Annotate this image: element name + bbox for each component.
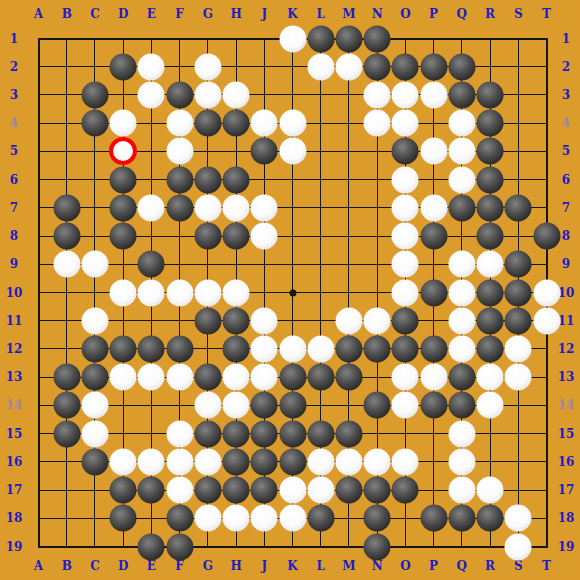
stone-C16-black (81, 448, 108, 475)
stone-F15-white (166, 420, 193, 447)
stone-Q16-white (448, 448, 475, 475)
stone-L13-black (307, 364, 334, 391)
stone-L1-black (307, 25, 334, 52)
stone-J12-white (251, 335, 278, 362)
stone-L17-white (307, 477, 334, 504)
stone-R5-black (477, 138, 504, 165)
col-label-top-K: K (287, 8, 297, 20)
stone-N2-black (364, 53, 391, 80)
row-label-left-19: 19 (6, 541, 23, 553)
stone-F6-black (166, 166, 193, 193)
stone-O11-black (392, 307, 419, 334)
stone-J11-white (251, 307, 278, 334)
stone-L18-black (307, 505, 334, 532)
col-label-bottom-M: M (342, 560, 355, 572)
row-label-right-6: 6 (562, 174, 570, 186)
stone-C13-black (81, 364, 108, 391)
row-label-left-17: 17 (6, 484, 23, 496)
stone-L12-white (307, 335, 334, 362)
row-label-right-15: 15 (558, 428, 575, 440)
stone-K1-white (279, 25, 306, 52)
stone-K18-white (279, 505, 306, 532)
col-label-bottom-D: D (118, 560, 128, 572)
stone-E3-white (138, 81, 165, 108)
stone-N19-black (364, 533, 391, 560)
stone-P3-white (420, 81, 447, 108)
row-label-right-13: 13 (558, 371, 575, 383)
col-label-top-Q: Q (457, 8, 467, 20)
row-label-left-10: 10 (6, 287, 23, 299)
row-label-left-14: 14 (6, 399, 23, 411)
row-label-left-7: 7 (10, 202, 18, 214)
stone-N16-white (364, 448, 391, 475)
col-label-bottom-Q: Q (457, 560, 467, 572)
stone-T10-white (533, 279, 560, 306)
row-label-right-19: 19 (558, 541, 575, 553)
row-label-right-18: 18 (558, 512, 575, 524)
col-label-top-O: O (400, 8, 410, 20)
stone-L15-black (307, 420, 334, 447)
stone-R6-black (477, 166, 504, 193)
row-label-right-17: 17 (558, 484, 575, 496)
stone-H7-white (223, 194, 250, 221)
row-label-left-9: 9 (10, 258, 18, 270)
stone-G18-white (194, 505, 221, 532)
stone-S11-black (505, 307, 532, 334)
stone-B13-black (53, 364, 80, 391)
stone-O2-black (392, 53, 419, 80)
stone-N3-white (364, 81, 391, 108)
stone-O13-white (392, 364, 419, 391)
row-label-right-14: 14 (558, 399, 575, 411)
stone-R8-black (477, 223, 504, 250)
stone-S12-white (505, 335, 532, 362)
row-label-right-11: 11 (558, 315, 575, 327)
stone-G15-black (194, 420, 221, 447)
stone-Q12-white (448, 335, 475, 362)
stone-M1-black (335, 25, 362, 52)
stone-M11-white (335, 307, 362, 334)
stone-R9-white (477, 251, 504, 278)
col-label-bottom-A: A (34, 560, 43, 572)
col-label-bottom-L: L (317, 560, 325, 572)
col-label-bottom-R: R (485, 560, 495, 572)
stone-T11-white (533, 307, 560, 334)
stone-G8-black (194, 223, 221, 250)
col-label-bottom-N: N (372, 560, 383, 572)
col-label-top-E: E (147, 8, 156, 20)
stone-Q11-white (448, 307, 475, 334)
row-label-left-8: 8 (10, 230, 18, 242)
stone-P13-white (420, 364, 447, 391)
col-label-top-B: B (62, 8, 72, 20)
stone-P10-black (420, 279, 447, 306)
stone-J17-black (251, 477, 278, 504)
stone-P18-black (420, 505, 447, 532)
stone-H13-white (223, 364, 250, 391)
stone-E12-black (138, 335, 165, 362)
row-label-right-10: 10 (558, 287, 575, 299)
row-label-left-12: 12 (6, 343, 23, 355)
stone-O9-white (392, 251, 419, 278)
stone-B15-black (53, 420, 80, 447)
stone-S13-white (505, 364, 532, 391)
stone-Q6-white (448, 166, 475, 193)
stone-O7-white (392, 194, 419, 221)
row-label-right-2: 2 (562, 61, 570, 73)
stone-G13-black (194, 364, 221, 391)
stone-O14-white (392, 392, 419, 419)
go-board[interactable]: AABBCCDDEEFFGGHHJJKKLLMMNNOOPPQQRRSSTT11… (0, 0, 580, 580)
stone-P8-black (420, 223, 447, 250)
row-label-left-18: 18 (6, 512, 23, 524)
stone-N4-white (364, 110, 391, 137)
stone-C4-black (81, 110, 108, 137)
col-label-top-M: M (342, 8, 355, 20)
stone-O12-black (392, 335, 419, 362)
stone-R7-black (477, 194, 504, 221)
stone-E7-white (138, 194, 165, 221)
stone-R10-black (477, 279, 504, 306)
stone-C9-white (81, 251, 108, 278)
stone-Q7-black (448, 194, 475, 221)
stone-B9-white (53, 251, 80, 278)
stone-G2-white (194, 53, 221, 80)
stone-S18-white (505, 505, 532, 532)
stone-J18-white (251, 505, 278, 532)
stone-O5-black (392, 138, 419, 165)
stone-C3-black (81, 81, 108, 108)
col-label-bottom-P: P (429, 560, 438, 572)
stone-R14-white (477, 392, 504, 419)
stone-Q13-black (448, 364, 475, 391)
stone-F16-white (166, 448, 193, 475)
stone-K16-black (279, 448, 306, 475)
col-label-top-J: J (261, 8, 267, 20)
stone-Q3-black (448, 81, 475, 108)
stone-E13-white (138, 364, 165, 391)
stone-D7-black (110, 194, 137, 221)
stone-S19-white (505, 533, 532, 560)
row-label-right-5: 5 (562, 145, 570, 157)
stone-D16-white (110, 448, 137, 475)
stone-C15-white (81, 420, 108, 447)
stone-D18-black (110, 505, 137, 532)
col-label-top-N: N (372, 8, 383, 20)
stone-G10-white (194, 279, 221, 306)
row-label-right-3: 3 (562, 89, 570, 101)
stone-P5-white (420, 138, 447, 165)
col-label-bottom-B: B (62, 560, 72, 572)
stone-K15-black (279, 420, 306, 447)
stone-K17-white (279, 477, 306, 504)
col-label-bottom-T: T (542, 560, 551, 572)
stone-Q18-black (448, 505, 475, 532)
row-label-left-13: 13 (6, 371, 23, 383)
col-label-top-H: H (230, 8, 241, 20)
stone-K5-white (279, 138, 306, 165)
star-point-K10 (289, 289, 296, 296)
col-label-bottom-O: O (400, 560, 410, 572)
stone-B8-black (53, 223, 80, 250)
stone-E17-black (138, 477, 165, 504)
stone-H14-white (223, 392, 250, 419)
stone-Q4-white (448, 110, 475, 137)
stone-O10-white (392, 279, 419, 306)
stone-O17-black (392, 477, 419, 504)
stone-G11-black (194, 307, 221, 334)
stone-O16-white (392, 448, 419, 475)
stone-E9-black (138, 251, 165, 278)
col-label-top-S: S (514, 8, 523, 20)
row-label-right-16: 16 (558, 456, 575, 468)
col-label-top-T: T (542, 8, 551, 20)
stone-E10-white (138, 279, 165, 306)
stone-J15-black (251, 420, 278, 447)
stone-H16-black (223, 448, 250, 475)
row-label-left-6: 6 (10, 174, 18, 186)
stone-M17-black (335, 477, 362, 504)
stone-H3-white (223, 81, 250, 108)
col-label-bottom-G: G (203, 560, 213, 572)
stone-F12-black (166, 335, 193, 362)
stone-Q9-white (448, 251, 475, 278)
stone-H6-black (223, 166, 250, 193)
stone-E16-white (138, 448, 165, 475)
stone-J13-white (251, 364, 278, 391)
stone-N18-black (364, 505, 391, 532)
stone-M15-black (335, 420, 362, 447)
stone-R13-white (477, 364, 504, 391)
col-label-bottom-C: C (90, 560, 100, 572)
col-label-bottom-J: J (261, 560, 267, 572)
row-label-right-9: 9 (562, 258, 570, 270)
stone-H17-black (223, 477, 250, 504)
stone-F19-black (166, 533, 193, 560)
stone-J4-white (251, 110, 278, 137)
stone-J14-black (251, 392, 278, 419)
go-board-app: AABBCCDDEEFFGGHHJJKKLLMMNNOOPPQQRRSSTT11… (0, 0, 580, 580)
row-label-left-15: 15 (6, 428, 23, 440)
row-label-left-16: 16 (6, 456, 23, 468)
row-label-right-12: 12 (558, 343, 575, 355)
stone-P14-black (420, 392, 447, 419)
stone-O8-white (392, 223, 419, 250)
stone-D17-black (110, 477, 137, 504)
stone-D4-white (110, 110, 137, 137)
stone-O3-white (392, 81, 419, 108)
stone-G16-white (194, 448, 221, 475)
stone-O6-white (392, 166, 419, 193)
row-label-right-7: 7 (562, 202, 570, 214)
stone-H11-black (223, 307, 250, 334)
stone-C14-white (81, 392, 108, 419)
stone-N14-black (364, 392, 391, 419)
stone-L2-white (307, 53, 334, 80)
stone-H8-black (223, 223, 250, 250)
stone-G4-black (194, 110, 221, 137)
col-label-top-D: D (118, 8, 128, 20)
stone-J16-black (251, 448, 278, 475)
row-label-right-4: 4 (562, 117, 570, 129)
stone-G6-black (194, 166, 221, 193)
row-label-left-2: 2 (10, 61, 18, 73)
stone-F17-white (166, 477, 193, 504)
stone-S9-black (505, 251, 532, 278)
stone-Q17-white (448, 477, 475, 504)
stone-R18-black (477, 505, 504, 532)
stone-O4-white (392, 110, 419, 137)
stone-Q14-black (448, 392, 475, 419)
stone-N17-black (364, 477, 391, 504)
stone-R12-black (477, 335, 504, 362)
stone-M16-white (335, 448, 362, 475)
col-label-top-P: P (429, 8, 438, 20)
stone-N11-white (364, 307, 391, 334)
stone-F7-black (166, 194, 193, 221)
stone-C12-black (81, 335, 108, 362)
row-label-left-3: 3 (10, 89, 18, 101)
stone-Q2-black (448, 53, 475, 80)
stone-F4-white (166, 110, 193, 137)
col-label-top-L: L (317, 8, 325, 20)
stone-S7-black (505, 194, 532, 221)
stone-E2-white (138, 53, 165, 80)
stone-E19-black (138, 533, 165, 560)
stone-R4-black (477, 110, 504, 137)
stone-H12-black (223, 335, 250, 362)
row-label-left-11: 11 (6, 315, 23, 327)
stone-Q10-white (448, 279, 475, 306)
stone-R11-black (477, 307, 504, 334)
stone-C11-white (81, 307, 108, 334)
stone-B14-black (53, 392, 80, 419)
stone-Q5-white (448, 138, 475, 165)
stone-R3-black (477, 81, 504, 108)
col-label-top-G: G (203, 8, 213, 20)
stone-N12-black (364, 335, 391, 362)
stone-F5-white (166, 138, 193, 165)
col-label-bottom-K: K (287, 560, 297, 572)
stone-D6-black (110, 166, 137, 193)
stone-G14-white (194, 392, 221, 419)
stone-T8-black (533, 223, 560, 250)
stone-J8-white (251, 223, 278, 250)
stone-D2-black (110, 53, 137, 80)
col-label-bottom-F: F (175, 560, 184, 572)
stone-K4-white (279, 110, 306, 137)
stone-F18-black (166, 505, 193, 532)
row-label-right-1: 1 (562, 33, 570, 45)
stone-F10-white (166, 279, 193, 306)
row-label-left-5: 5 (10, 145, 18, 157)
stone-M13-black (335, 364, 362, 391)
stone-M2-white (335, 53, 362, 80)
stone-D10-white (110, 279, 137, 306)
stone-R17-white (477, 477, 504, 504)
col-label-top-A: A (34, 8, 43, 20)
stone-F3-black (166, 81, 193, 108)
stone-K12-white (279, 335, 306, 362)
col-label-top-F: F (175, 8, 184, 20)
stone-D13-white (110, 364, 137, 391)
col-label-top-C: C (90, 8, 100, 20)
stone-J7-white (251, 194, 278, 221)
row-label-left-1: 1 (10, 33, 18, 45)
stone-D8-black (110, 223, 137, 250)
stone-P7-white (420, 194, 447, 221)
stone-H15-black (223, 420, 250, 447)
stone-K14-black (279, 392, 306, 419)
grid-line-horizontal (38, 546, 548, 548)
stone-N1-black (364, 25, 391, 52)
stone-F13-white (166, 364, 193, 391)
stone-H4-black (223, 110, 250, 137)
stone-P12-black (420, 335, 447, 362)
col-label-top-R: R (485, 8, 495, 20)
stone-B7-black (53, 194, 80, 221)
stone-P2-black (420, 53, 447, 80)
last-move-marker (109, 137, 137, 165)
stone-M12-black (335, 335, 362, 362)
col-label-bottom-E: E (147, 560, 156, 572)
row-label-right-8: 8 (562, 230, 570, 242)
stone-S10-black (505, 279, 532, 306)
stone-H18-white (223, 505, 250, 532)
stone-G7-white (194, 194, 221, 221)
stone-D12-black (110, 335, 137, 362)
row-label-left-4: 4 (10, 117, 18, 129)
stone-J5-black (251, 138, 278, 165)
col-label-bottom-S: S (514, 560, 523, 572)
stone-H10-white (223, 279, 250, 306)
stone-G3-white (194, 81, 221, 108)
stone-L16-white (307, 448, 334, 475)
stone-Q15-white (448, 420, 475, 447)
col-label-bottom-H: H (230, 560, 241, 572)
stone-G17-black (194, 477, 221, 504)
stone-K13-black (279, 364, 306, 391)
